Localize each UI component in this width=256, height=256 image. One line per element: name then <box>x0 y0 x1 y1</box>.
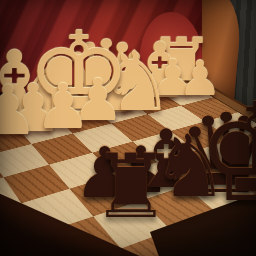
white-pawn-3[interactable]: ♟ <box>35 76 91 138</box>
chess-photo-scene: ♝♟♟♞♟♚♟♛♟♞♝♟♜♟♟♜♟♝♞♛♚ <box>0 0 256 256</box>
black-rook[interactable]: ♜ <box>92 143 171 231</box>
black-king[interactable]: ♚ <box>196 85 256 221</box>
pieces-layer: ♝♟♟♞♟♚♟♛♟♞♝♟♜♟♟♜♟♝♞♛♚ <box>0 0 256 256</box>
white-pawn-1[interactable]: ♟ <box>0 77 38 145</box>
